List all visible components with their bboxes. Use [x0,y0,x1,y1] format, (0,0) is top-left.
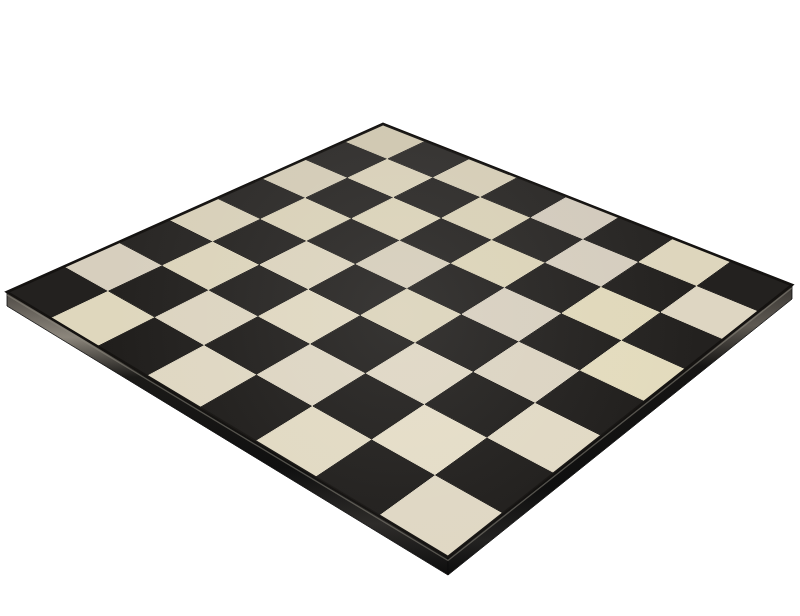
chessboard [0,0,800,616]
board-photo [0,0,800,616]
board-trim [7,124,792,561]
board-sheen [7,124,792,557]
